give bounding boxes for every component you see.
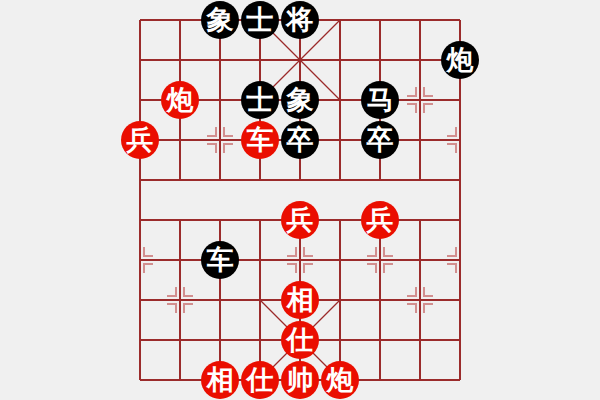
piece-black-elephant[interactable]: 象 [281, 81, 319, 119]
piece-black-horse[interactable]: 马 [361, 81, 399, 119]
piece-red-cannon[interactable]: 炮 [321, 361, 359, 399]
piece-red-advisor[interactable]: 仕 [241, 361, 279, 399]
piece-red-elephant[interactable]: 相 [281, 281, 319, 319]
piece-black-advisor[interactable]: 士 [241, 81, 279, 119]
piece-black-soldier[interactable]: 卒 [281, 121, 319, 159]
xiangqi-board: 象士将炮炮士象马兵车卒卒兵兵车相仕相仕帅炮 [0, 0, 600, 400]
piece-red-elephant[interactable]: 相 [201, 361, 239, 399]
piece-red-soldier[interactable]: 兵 [361, 201, 399, 239]
piece-red-soldier[interactable]: 兵 [121, 121, 159, 159]
piece-red-advisor[interactable]: 仕 [281, 321, 319, 359]
piece-black-soldier[interactable]: 卒 [361, 121, 399, 159]
piece-red-soldier[interactable]: 兵 [281, 201, 319, 239]
piece-red-cannon[interactable]: 炮 [161, 81, 199, 119]
piece-black-advisor[interactable]: 士 [241, 1, 279, 39]
piece-red-general[interactable]: 帅 [281, 361, 319, 399]
piece-black-cannon[interactable]: 炮 [441, 41, 479, 79]
piece-black-elephant[interactable]: 象 [201, 1, 239, 39]
piece-black-chariot[interactable]: 车 [201, 241, 239, 279]
piece-red-chariot[interactable]: 车 [241, 121, 279, 159]
piece-black-general[interactable]: 将 [281, 1, 319, 39]
pieces-grid: 象士将炮炮士象马兵车卒卒兵兵车相仕相仕帅炮 [120, 0, 480, 400]
